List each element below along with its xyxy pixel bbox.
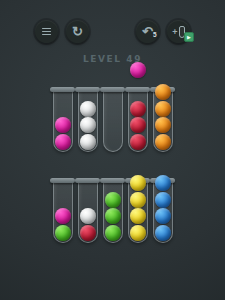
lifted-ball-pink[interactable] bbox=[130, 62, 146, 78]
tube-balls bbox=[79, 100, 97, 150]
tube-10[interactable] bbox=[153, 179, 173, 243]
tube-rim bbox=[100, 178, 125, 183]
tube-balls bbox=[79, 208, 97, 241]
ball-orange bbox=[155, 134, 171, 150]
add-tube-button[interactable]: + ▶ bbox=[167, 20, 190, 43]
ball-orange bbox=[155, 101, 171, 117]
menu-icon bbox=[42, 28, 51, 36]
tube-balls bbox=[54, 117, 72, 150]
tube-8[interactable] bbox=[103, 179, 123, 243]
ball-green bbox=[105, 208, 121, 224]
restart-button[interactable]: ↻ bbox=[66, 20, 89, 43]
tube-slot-9 bbox=[128, 153, 148, 243]
undo-icon: ↶ bbox=[142, 25, 153, 38]
tube-slot-7 bbox=[78, 153, 98, 243]
ball-white bbox=[80, 134, 96, 150]
restart-icon: ↻ bbox=[72, 25, 83, 38]
tube-4[interactable] bbox=[128, 88, 148, 152]
ball-white bbox=[80, 117, 96, 133]
tube-slot-10 bbox=[153, 153, 173, 243]
ball-pink bbox=[55, 208, 71, 224]
ball-yellow bbox=[130, 192, 146, 208]
game-screen: ↻ ↶ 5 + ▶ LEVEL 49 bbox=[0, 0, 225, 300]
ball-green bbox=[105, 225, 121, 241]
ball-blue bbox=[155, 225, 171, 241]
menu-button[interactable] bbox=[35, 20, 58, 43]
tube-rim bbox=[50, 178, 75, 183]
tube-5[interactable] bbox=[153, 88, 173, 152]
top-bar-right: ↶ 5 + ▶ bbox=[136, 20, 190, 43]
tube-rim bbox=[125, 87, 150, 92]
tube-balls bbox=[129, 175, 147, 241]
tube-slot-8 bbox=[103, 153, 123, 243]
ball-yellow bbox=[130, 225, 146, 241]
ball-pink bbox=[55, 117, 71, 133]
tube-7[interactable] bbox=[78, 179, 98, 243]
ball-yellow bbox=[130, 175, 146, 191]
ball-red bbox=[80, 225, 96, 241]
tube-slot-4 bbox=[128, 62, 148, 152]
ball-blue bbox=[155, 208, 171, 224]
undo-count-badge: 5 bbox=[153, 31, 157, 38]
ball-orange bbox=[155, 84, 171, 100]
ball-blue bbox=[155, 175, 171, 191]
ball-red bbox=[130, 117, 146, 133]
tube-slot-6 bbox=[53, 153, 73, 243]
board bbox=[0, 62, 225, 243]
tube-balls bbox=[129, 100, 147, 150]
ball-pink bbox=[55, 134, 71, 150]
tube-row-2 bbox=[53, 153, 173, 243]
ball-orange bbox=[155, 117, 171, 133]
tube-slot-5 bbox=[153, 62, 173, 152]
ball-red bbox=[130, 101, 146, 117]
ad-play-badge: ▶ bbox=[184, 32, 194, 42]
tube-rim bbox=[75, 178, 100, 183]
top-bar: ↻ ↶ 5 + ▶ bbox=[0, 20, 225, 43]
ball-white bbox=[80, 208, 96, 224]
tube-balls bbox=[104, 191, 122, 241]
tube-1[interactable] bbox=[53, 88, 73, 152]
tube-slot-2 bbox=[78, 62, 98, 152]
tube-balls bbox=[154, 84, 172, 150]
tube-rim bbox=[50, 87, 75, 92]
ball-red bbox=[130, 134, 146, 150]
tube-slot-3 bbox=[103, 62, 123, 152]
ball-yellow bbox=[130, 208, 146, 224]
ball-white bbox=[80, 101, 96, 117]
ball-green bbox=[55, 225, 71, 241]
tube-3[interactable] bbox=[103, 88, 123, 152]
tube-slot-1 bbox=[53, 62, 73, 152]
ball-green bbox=[105, 192, 121, 208]
undo-button[interactable]: ↶ 5 bbox=[136, 20, 159, 43]
ball-blue bbox=[155, 192, 171, 208]
tube-balls bbox=[54, 208, 72, 241]
tube-rim bbox=[100, 87, 125, 92]
tube-2[interactable] bbox=[78, 88, 98, 152]
tube-row-1 bbox=[53, 62, 173, 152]
tube-rim bbox=[75, 87, 100, 92]
tube-balls bbox=[154, 175, 172, 241]
top-bar-left: ↻ bbox=[35, 20, 89, 43]
tube-9[interactable] bbox=[128, 179, 148, 243]
tube-6[interactable] bbox=[53, 179, 73, 243]
plus-icon: + bbox=[172, 27, 177, 37]
